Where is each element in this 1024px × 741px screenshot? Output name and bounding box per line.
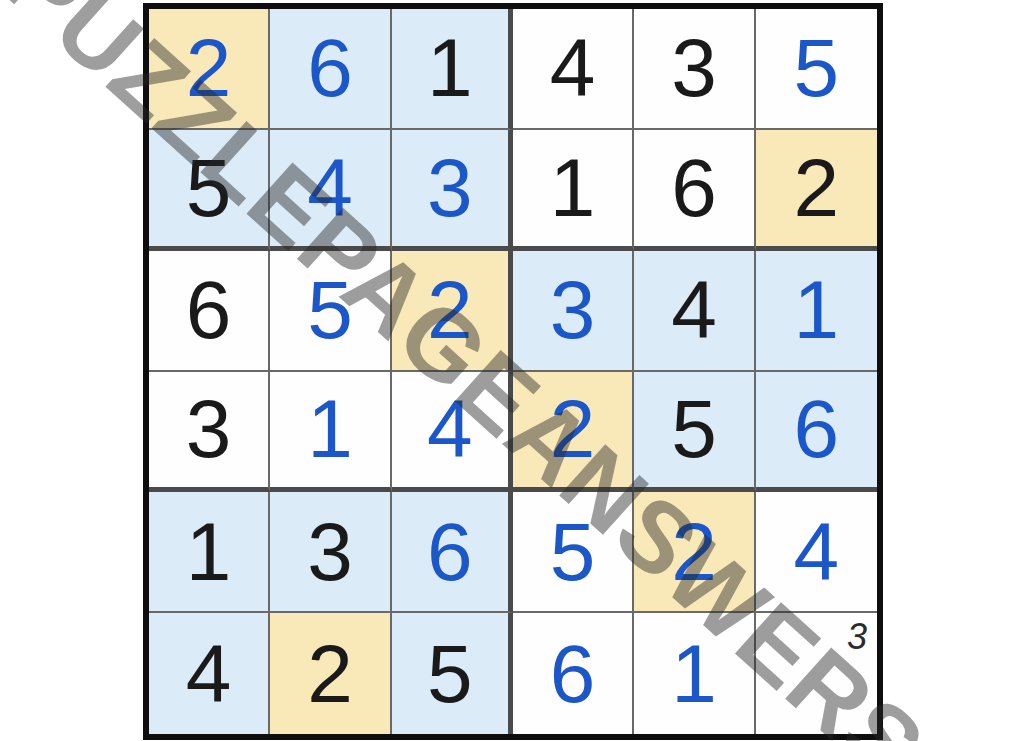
- cell-r5c2[interactable]: 3: [270, 492, 391, 613]
- cell-r5c5[interactable]: 2: [634, 492, 755, 613]
- cell-r2c6[interactable]: 2: [756, 130, 877, 251]
- cell-value: 1: [794, 269, 840, 351]
- cell-r6c4[interactable]: 6: [513, 613, 634, 734]
- cell-r2c4[interactable]: 1: [513, 130, 634, 251]
- cell-value: 6: [186, 269, 232, 351]
- cell-r1c1[interactable]: 2: [149, 9, 270, 130]
- sudoku-board: 261435543162652341314256136524425613: [143, 3, 883, 740]
- cell-r1c4[interactable]: 4: [513, 9, 634, 130]
- cell-value: 4: [550, 27, 596, 109]
- cell-value: 3: [427, 147, 473, 229]
- cell-value: 1: [671, 633, 717, 715]
- cell-r5c6[interactable]: 4: [756, 492, 877, 613]
- cell-r5c3[interactable]: 6: [392, 492, 513, 613]
- cell-r1c6[interactable]: 5: [756, 9, 877, 130]
- cell-r6c3[interactable]: 5: [392, 613, 513, 734]
- cell-r1c3[interactable]: 1: [392, 9, 513, 130]
- cell-value: 6: [307, 27, 353, 109]
- cell-value: 4: [794, 511, 840, 593]
- cell-r2c5[interactable]: 6: [634, 130, 755, 251]
- cell-r3c4[interactable]: 3: [513, 251, 634, 372]
- cell-value: 6: [427, 511, 473, 593]
- cell-value: 6: [671, 147, 717, 229]
- cell-value: 1: [186, 511, 232, 593]
- cell-r2c1[interactable]: 5: [149, 130, 270, 251]
- cell-value: 2: [550, 388, 596, 470]
- cell-value: 1: [427, 27, 473, 109]
- cell-value: 6: [550, 633, 596, 715]
- cell-value: 4: [186, 633, 232, 715]
- cell-value: 2: [671, 511, 717, 593]
- cell-r3c2[interactable]: 5: [270, 251, 391, 372]
- cell-value: 3: [186, 388, 232, 470]
- cell-r1c5[interactable]: 3: [634, 9, 755, 130]
- cell-value: 2: [427, 269, 473, 351]
- cell-r6c2[interactable]: 2: [270, 613, 391, 734]
- cell-r4c4[interactable]: 2: [513, 372, 634, 493]
- cell-r6c6[interactable]: 3: [756, 613, 877, 734]
- cell-value: 3: [307, 511, 353, 593]
- cell-value: 1: [307, 388, 353, 470]
- cell-value: 1: [550, 147, 596, 229]
- cell-r6c5[interactable]: 1: [634, 613, 755, 734]
- cell-r1c2[interactable]: 6: [270, 9, 391, 130]
- cell-r4c5[interactable]: 5: [634, 372, 755, 493]
- cell-r4c3[interactable]: 4: [392, 372, 513, 493]
- cell-r4c6[interactable]: 6: [756, 372, 877, 493]
- cell-value: 2: [186, 27, 232, 109]
- pencil-note: 3: [847, 619, 867, 655]
- cell-r2c2[interactable]: 4: [270, 130, 391, 251]
- cell-r2c3[interactable]: 3: [392, 130, 513, 251]
- cell-value: 4: [427, 388, 473, 470]
- cell-value: 5: [427, 633, 473, 715]
- cell-value: 5: [550, 511, 596, 593]
- cell-r6c1[interactable]: 4: [149, 613, 270, 734]
- cell-r4c2[interactable]: 1: [270, 372, 391, 493]
- cell-value: 3: [550, 269, 596, 351]
- cell-value: 6: [794, 388, 840, 470]
- cell-r4c1[interactable]: 3: [149, 372, 270, 493]
- cell-r3c6[interactable]: 1: [756, 251, 877, 372]
- cell-value: 5: [307, 269, 353, 351]
- cell-value: 2: [794, 147, 840, 229]
- cell-value: 2: [307, 633, 353, 715]
- cell-value: 4: [307, 147, 353, 229]
- cell-r5c1[interactable]: 1: [149, 492, 270, 613]
- page-background: 261435543162652341314256136524425613 PUZ…: [0, 0, 1024, 741]
- cell-value: 5: [671, 388, 717, 470]
- cell-r3c5[interactable]: 4: [634, 251, 755, 372]
- cell-r5c4[interactable]: 5: [513, 492, 634, 613]
- cell-value: 5: [794, 27, 840, 109]
- cell-r3c3[interactable]: 2: [392, 251, 513, 372]
- cell-value: 5: [186, 147, 232, 229]
- cell-value: 4: [671, 269, 717, 351]
- cell-value: 3: [671, 27, 717, 109]
- cell-r3c1[interactable]: 6: [149, 251, 270, 372]
